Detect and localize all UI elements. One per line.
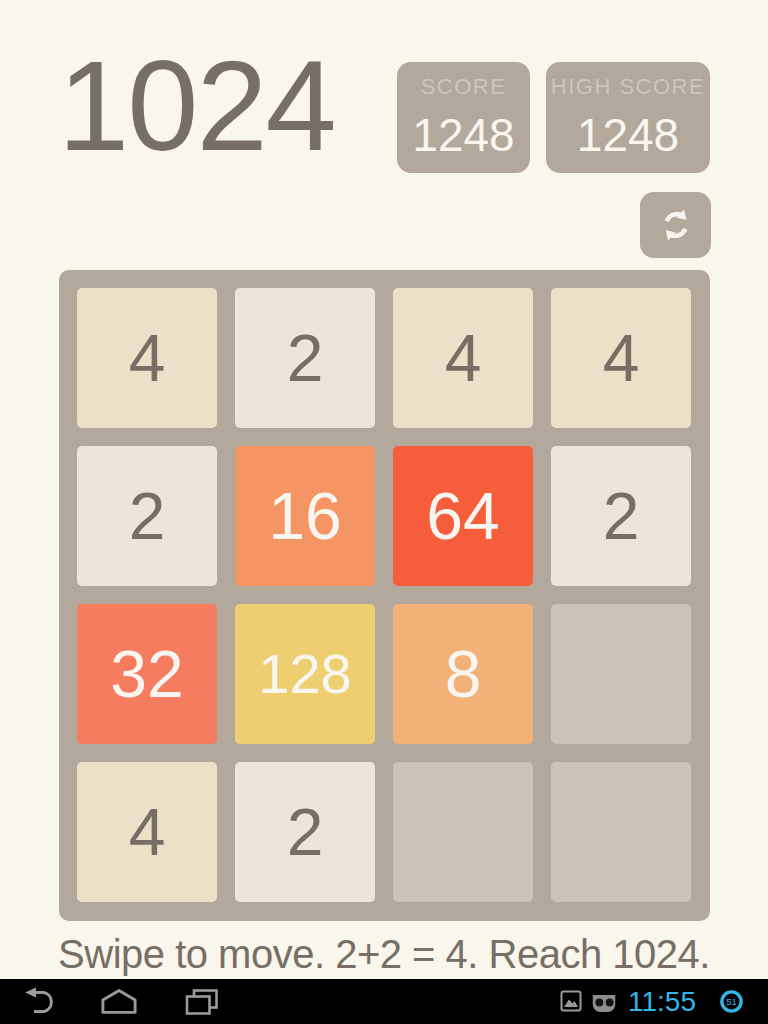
refresh-icon — [656, 205, 696, 245]
battery-icon: 51 — [719, 989, 744, 1014]
empty-cell — [551, 604, 691, 744]
tile-16: 16 — [235, 446, 375, 586]
high-score-box: HIGH SCORE 1248 — [546, 62, 710, 173]
empty-cell — [551, 762, 691, 902]
recents-button[interactable] — [178, 979, 226, 1024]
score-label: SCORE — [421, 74, 507, 100]
tile-2: 2 — [77, 446, 217, 586]
game-board[interactable]: 424421664232128842 — [59, 270, 710, 921]
gallery-icon — [560, 990, 582, 1012]
high-score-label: HIGH SCORE — [551, 74, 705, 100]
battery-percent-text: 51 — [726, 996, 737, 1007]
tile-2: 2 — [235, 762, 375, 902]
back-icon — [24, 987, 58, 1017]
home-icon — [100, 988, 138, 1015]
app-title: 1024 — [58, 42, 335, 170]
recents-icon — [185, 988, 219, 1016]
score-value: 1248 — [412, 108, 514, 162]
tile-128: 128 — [235, 604, 375, 744]
home-button[interactable] — [94, 979, 144, 1024]
app-screen: 1024 SCORE 1248 HIGH SCORE 1248 42442166… — [0, 0, 768, 1024]
empty-cell — [393, 762, 533, 902]
tile-4: 4 — [551, 288, 691, 428]
restart-button[interactable] — [640, 192, 711, 258]
tile-2: 2 — [551, 446, 691, 586]
tile-64: 64 — [393, 446, 533, 586]
score-box: SCORE 1248 — [397, 62, 530, 173]
cyanogenmod-icon — [589, 991, 619, 1014]
tile-4: 4 — [77, 288, 217, 428]
back-button[interactable] — [18, 979, 64, 1024]
tile-4: 4 — [393, 288, 533, 428]
high-score-value: 1248 — [577, 108, 679, 162]
tile-2: 2 — [235, 288, 375, 428]
tile-4: 4 — [77, 762, 217, 902]
android-navbar: 11:55 51 — [0, 979, 768, 1024]
instructions-text: Swipe to move. 2+2 = 4. Reach 1024. — [0, 932, 768, 977]
tile-8: 8 — [393, 604, 533, 744]
tile-32: 32 — [77, 604, 217, 744]
clock-text: 11:55 — [628, 986, 696, 1018]
